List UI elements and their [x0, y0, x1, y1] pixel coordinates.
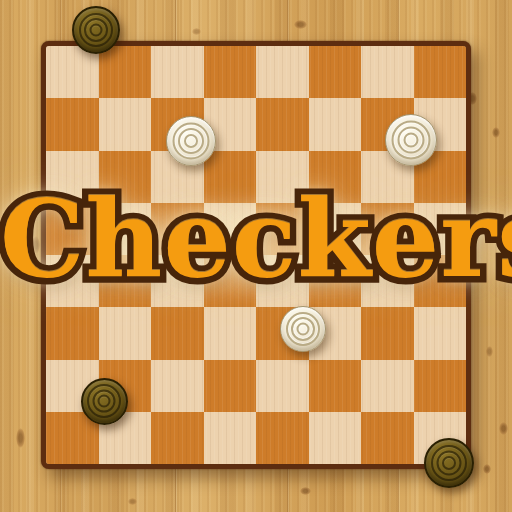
board-cell[interactable]	[99, 255, 152, 307]
board-cell[interactable]	[46, 151, 99, 203]
board-cell[interactable]	[309, 412, 362, 464]
board-cell[interactable]	[46, 307, 99, 359]
piece-ring	[98, 395, 111, 408]
board-cell[interactable]	[204, 151, 257, 203]
board-cell[interactable]	[204, 255, 257, 307]
piece-ring	[404, 133, 419, 148]
board-cell[interactable]	[151, 412, 204, 464]
board-cell[interactable]	[204, 307, 257, 359]
board-cell[interactable]	[151, 46, 204, 98]
board-cell[interactable]	[256, 412, 309, 464]
checker-piece-dark[interactable]	[81, 378, 128, 425]
board-cell[interactable]	[361, 412, 414, 464]
checker-piece-dark[interactable]	[424, 438, 474, 488]
board-cell[interactable]	[151, 360, 204, 412]
wood-knot	[192, 28, 201, 35]
board-cell[interactable]	[414, 203, 467, 255]
board-cell[interactable]	[46, 203, 99, 255]
board-cell[interactable]	[99, 307, 152, 359]
checker-piece-white[interactable]	[385, 114, 437, 166]
board-cell[interactable]	[256, 151, 309, 203]
board-cell[interactable]	[204, 360, 257, 412]
board-cell[interactable]	[256, 98, 309, 150]
wood-knot	[499, 422, 508, 435]
checker-piece-white[interactable]	[280, 306, 326, 352]
board-cell[interactable]	[151, 307, 204, 359]
piece-ring	[297, 323, 310, 336]
piece-ring	[442, 456, 456, 470]
board-cell[interactable]	[204, 46, 257, 98]
board-cell[interactable]	[309, 203, 362, 255]
wood-knot	[294, 20, 307, 29]
wood-knot	[10, 200, 21, 226]
board-cell[interactable]	[414, 360, 467, 412]
board-cell[interactable]	[309, 46, 362, 98]
board-cell[interactable]	[99, 46, 152, 98]
board-cell[interactable]	[99, 151, 152, 203]
checker-piece-white[interactable]	[166, 116, 216, 166]
wood-knot	[483, 464, 491, 474]
board-cell[interactable]	[204, 203, 257, 255]
wood-knot	[492, 127, 500, 138]
board-cell[interactable]	[99, 98, 152, 150]
board-cell[interactable]	[204, 412, 257, 464]
board-cell[interactable]	[151, 203, 204, 255]
board-cell[interactable]	[256, 360, 309, 412]
app-screen: Checkers Checkers	[0, 0, 512, 512]
board-cell[interactable]	[361, 255, 414, 307]
board-cell[interactable]	[414, 46, 467, 98]
board-cell[interactable]	[309, 255, 362, 307]
board-cell[interactable]	[309, 98, 362, 150]
board-cell[interactable]	[414, 307, 467, 359]
board-cell[interactable]	[309, 151, 362, 203]
board-cell[interactable]	[361, 46, 414, 98]
board-cell[interactable]	[361, 203, 414, 255]
wood-knot	[486, 346, 493, 357]
wood-knot	[128, 498, 137, 505]
wood-knot	[497, 252, 505, 267]
board-cell[interactable]	[99, 203, 152, 255]
wood-knot	[16, 428, 25, 448]
wood-knot	[32, 236, 40, 254]
board-cell[interactable]	[256, 46, 309, 98]
board-cell[interactable]	[46, 255, 99, 307]
board-cell[interactable]	[309, 360, 362, 412]
wood-knot	[300, 487, 311, 495]
board-cell[interactable]	[414, 255, 467, 307]
piece-ring	[184, 134, 198, 148]
checker-piece-dark[interactable]	[72, 6, 120, 54]
board-cell[interactable]	[46, 46, 99, 98]
board-cell[interactable]	[151, 255, 204, 307]
piece-ring	[90, 24, 103, 37]
board-cell[interactable]	[256, 255, 309, 307]
board-cell[interactable]	[46, 98, 99, 150]
board-cell[interactable]	[256, 203, 309, 255]
board-cell[interactable]	[361, 360, 414, 412]
board-cell[interactable]	[361, 307, 414, 359]
